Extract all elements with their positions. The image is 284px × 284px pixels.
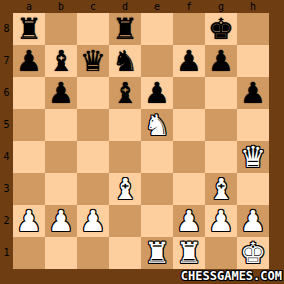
rank-label-8: 8 <box>0 13 13 45</box>
piece-white-king: ♚ <box>240 237 266 269</box>
rank-label-5: 5 <box>0 109 13 141</box>
square-d6[interactable]: ♝ <box>109 77 141 109</box>
square-a3[interactable] <box>13 173 45 205</box>
square-g7[interactable]: ♟ <box>205 45 237 77</box>
piece-black-rook: ♜ <box>16 13 42 45</box>
chess-diagram: abcdefgh 87654321 ♜♜♚♟♝♛♞♟♟♟♝♟♟♞♛♝♝♟♟♟♟♟… <box>0 0 284 284</box>
square-f5[interactable] <box>173 109 205 141</box>
square-g5[interactable] <box>205 109 237 141</box>
rank-label-4: 4 <box>0 141 13 173</box>
square-d8[interactable]: ♜ <box>109 13 141 45</box>
square-c7[interactable]: ♛ <box>77 45 109 77</box>
square-e3[interactable] <box>141 173 173 205</box>
piece-black-pawn: ♟ <box>208 45 234 77</box>
square-b5[interactable] <box>45 109 77 141</box>
file-label-e: e <box>141 0 173 13</box>
piece-white-pawn: ♟ <box>208 205 234 237</box>
square-c4[interactable] <box>77 141 109 173</box>
square-f3[interactable] <box>173 173 205 205</box>
square-b1[interactable] <box>45 237 77 269</box>
square-a2[interactable]: ♟ <box>13 205 45 237</box>
chess-board: ♜♜♚♟♝♛♞♟♟♟♝♟♟♞♛♝♝♟♟♟♟♟♟♜♜♚ <box>13 13 269 269</box>
square-a4[interactable] <box>13 141 45 173</box>
square-b4[interactable] <box>45 141 77 173</box>
piece-white-pawn: ♟ <box>240 205 266 237</box>
square-e4[interactable] <box>141 141 173 173</box>
square-h6[interactable]: ♟ <box>237 77 269 109</box>
square-g6[interactable] <box>205 77 237 109</box>
square-a1[interactable] <box>13 237 45 269</box>
square-b8[interactable] <box>45 13 77 45</box>
rank-label-7: 7 <box>0 45 13 77</box>
piece-white-pawn: ♟ <box>16 205 42 237</box>
site-watermark: CHESSGAMES.COM <box>181 269 282 283</box>
square-d4[interactable] <box>109 141 141 173</box>
piece-black-queen: ♛ <box>80 45 106 77</box>
file-label-c: c <box>77 0 109 13</box>
rank-label-1: 1 <box>0 237 13 269</box>
rank-label-3: 3 <box>0 173 13 205</box>
piece-white-knight: ♞ <box>144 109 170 141</box>
square-c2[interactable]: ♟ <box>77 205 109 237</box>
piece-black-pawn: ♟ <box>16 45 42 77</box>
square-e2[interactable] <box>141 205 173 237</box>
square-g2[interactable]: ♟ <box>205 205 237 237</box>
square-f4[interactable] <box>173 141 205 173</box>
square-h2[interactable]: ♟ <box>237 205 269 237</box>
square-e1[interactable]: ♜ <box>141 237 173 269</box>
piece-black-bishop: ♝ <box>112 77 138 109</box>
square-g1[interactable] <box>205 237 237 269</box>
piece-black-bishop: ♝ <box>48 45 74 77</box>
square-e6[interactable]: ♟ <box>141 77 173 109</box>
square-d2[interactable] <box>109 205 141 237</box>
square-h1[interactable]: ♚ <box>237 237 269 269</box>
square-h3[interactable] <box>237 173 269 205</box>
square-a6[interactable] <box>13 77 45 109</box>
square-g3[interactable]: ♝ <box>205 173 237 205</box>
square-e5[interactable]: ♞ <box>141 109 173 141</box>
piece-black-king: ♚ <box>208 13 234 45</box>
piece-black-pawn: ♟ <box>48 77 74 109</box>
square-a8[interactable]: ♜ <box>13 13 45 45</box>
rank-label-2: 2 <box>0 205 13 237</box>
square-h7[interactable] <box>237 45 269 77</box>
square-d5[interactable] <box>109 109 141 141</box>
square-f7[interactable]: ♟ <box>173 45 205 77</box>
piece-white-pawn: ♟ <box>48 205 74 237</box>
piece-white-rook: ♜ <box>176 237 202 269</box>
square-f6[interactable] <box>173 77 205 109</box>
square-d7[interactable]: ♞ <box>109 45 141 77</box>
square-e7[interactable] <box>141 45 173 77</box>
square-c1[interactable] <box>77 237 109 269</box>
file-label-h: h <box>237 0 269 13</box>
piece-white-rook: ♜ <box>144 237 170 269</box>
square-h5[interactable] <box>237 109 269 141</box>
piece-black-pawn: ♟ <box>144 77 170 109</box>
square-h4[interactable]: ♛ <box>237 141 269 173</box>
piece-black-rook: ♜ <box>112 13 138 45</box>
square-b2[interactable]: ♟ <box>45 205 77 237</box>
piece-black-pawn: ♟ <box>240 77 266 109</box>
square-e8[interactable] <box>141 13 173 45</box>
square-a7[interactable]: ♟ <box>13 45 45 77</box>
piece-white-pawn: ♟ <box>176 205 202 237</box>
square-c8[interactable] <box>77 13 109 45</box>
piece-white-bishop: ♝ <box>112 173 138 205</box>
piece-white-queen: ♛ <box>240 141 266 173</box>
square-c6[interactable] <box>77 77 109 109</box>
square-a5[interactable] <box>13 109 45 141</box>
rank-label-6: 6 <box>0 77 13 109</box>
square-f8[interactable] <box>173 13 205 45</box>
square-f2[interactable]: ♟ <box>173 205 205 237</box>
square-g8[interactable]: ♚ <box>205 13 237 45</box>
square-g4[interactable] <box>205 141 237 173</box>
square-d1[interactable] <box>109 237 141 269</box>
square-c5[interactable] <box>77 109 109 141</box>
square-f1[interactable]: ♜ <box>173 237 205 269</box>
square-c3[interactable] <box>77 173 109 205</box>
piece-black-pawn: ♟ <box>176 45 202 77</box>
piece-white-pawn: ♟ <box>80 205 106 237</box>
file-label-f: f <box>173 0 205 13</box>
piece-black-knight: ♞ <box>112 45 138 77</box>
file-label-b: b <box>45 0 77 13</box>
square-b6[interactable]: ♟ <box>45 77 77 109</box>
square-b7[interactable]: ♝ <box>45 45 77 77</box>
piece-white-bishop: ♝ <box>208 173 234 205</box>
square-d3[interactable]: ♝ <box>109 173 141 205</box>
square-b3[interactable] <box>45 173 77 205</box>
square-h8[interactable] <box>237 13 269 45</box>
